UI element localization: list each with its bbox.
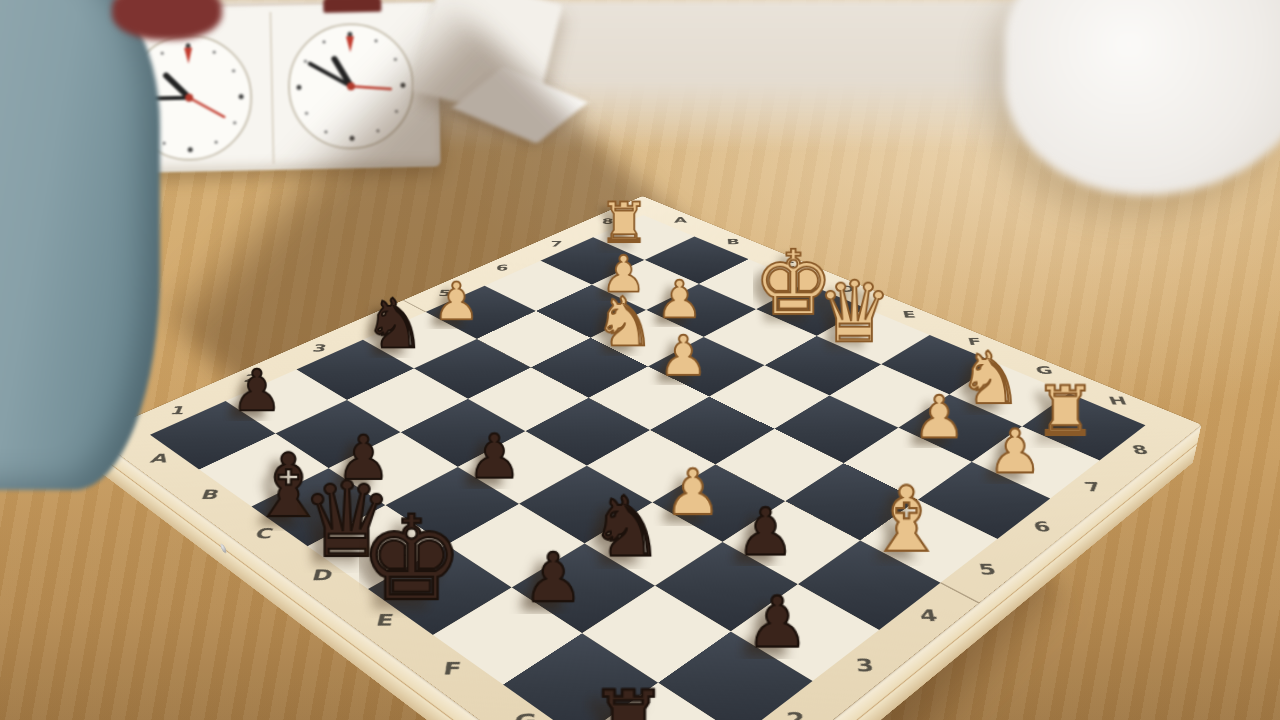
piece-light-pawn-h7[interactable]: ♟ [969,423,1061,481]
clock-button-right[interactable] [323,0,381,13]
piece-dark-pawn-g4[interactable]: ♟ [716,502,815,564]
metal-clasp [220,542,227,554]
coord-label-D: D [808,284,886,294]
piece-light-bishop-h5[interactable]: ♝ [857,478,956,563]
coord-label-B: B [697,237,770,246]
coord-label-A: A [645,216,716,224]
piece-dark-pawn-h3[interactable]: ♟ [724,589,831,656]
piece-light-pawn-d6[interactable]: ♟ [642,330,726,382]
piece-dark-king-e1[interactable]: ♚ [359,503,462,614]
coord-label-8: 8 [596,206,620,237]
clock-divider [269,12,274,164]
piece-dark-rook-h1[interactable]: ♜ [570,682,686,720]
photo-scene: ABCDEFGH ABCDEFGH 12345678 12345678 ♜♚♛♞… [0,0,1280,720]
piece-dark-pawn-d3[interactable]: ♟ [448,428,540,486]
player-sleeve [0,0,160,490]
coord-label-7: 7 [543,228,570,260]
coord-label-F: F [933,336,1017,347]
coord-label-C: C [751,260,826,269]
coord-label-E: E [869,309,950,319]
piece-dark-pawn-f2[interactable]: ♟ [502,546,605,610]
